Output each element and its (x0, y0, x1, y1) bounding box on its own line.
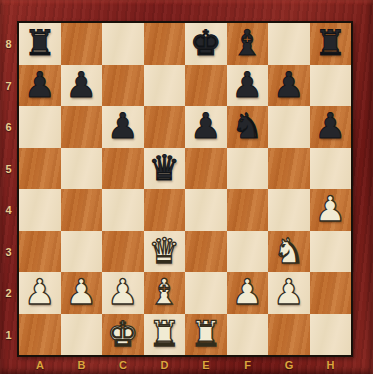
square-d2[interactable]: ♝ (144, 272, 186, 314)
square-b7[interactable]: ♟ (61, 65, 103, 107)
rank-label-6: 6 (0, 106, 17, 148)
square-f6[interactable]: ♞ (227, 106, 269, 148)
black-rook-a8[interactable]: ♜ (19, 23, 61, 65)
black-pawn-g7[interactable]: ♟ (268, 65, 310, 107)
square-c2[interactable]: ♟ (102, 272, 144, 314)
square-b4[interactable] (61, 189, 103, 231)
square-g1[interactable] (268, 314, 310, 356)
square-a1[interactable] (19, 314, 61, 356)
square-h3[interactable] (310, 231, 352, 273)
square-b8[interactable] (61, 23, 103, 65)
black-pawn-h6[interactable]: ♟ (310, 106, 352, 148)
white-pawn-c2[interactable]: ♟ (102, 272, 144, 314)
square-f1[interactable] (227, 314, 269, 356)
square-h4[interactable]: ♟ (310, 189, 352, 231)
square-e6[interactable]: ♟ (185, 106, 227, 148)
square-e4[interactable] (185, 189, 227, 231)
square-a6[interactable] (19, 106, 61, 148)
square-b6[interactable] (61, 106, 103, 148)
square-d5[interactable]: ♛ (144, 148, 186, 190)
square-c4[interactable] (102, 189, 144, 231)
square-h2[interactable] (310, 272, 352, 314)
rank-label-8: 8 (0, 23, 17, 65)
square-a3[interactable] (19, 231, 61, 273)
square-f3[interactable] (227, 231, 269, 273)
square-d6[interactable] (144, 106, 186, 148)
square-g2[interactable]: ♟ (268, 272, 310, 314)
square-f4[interactable] (227, 189, 269, 231)
rank-label-3: 3 (0, 231, 17, 273)
file-label-h: H (310, 356, 352, 374)
square-c3[interactable] (102, 231, 144, 273)
black-pawn-b7[interactable]: ♟ (61, 65, 103, 107)
square-b2[interactable]: ♟ (61, 272, 103, 314)
square-h7[interactable] (310, 65, 352, 107)
file-label-b: B (61, 356, 103, 374)
square-f7[interactable]: ♟ (227, 65, 269, 107)
rank-label-7: 7 (0, 65, 17, 107)
board: ♜♚♝♜♟♟♟♟♟♟♞♟♛♟♛♞♟♟♟♝♟♟♚♜♜ (17, 21, 353, 357)
square-g3[interactable]: ♞ (268, 231, 310, 273)
square-b5[interactable] (61, 148, 103, 190)
white-bishop-d2[interactable]: ♝ (144, 272, 186, 314)
white-pawn-f2[interactable]: ♟ (227, 272, 269, 314)
square-h8[interactable]: ♜ (310, 23, 352, 65)
black-knight-f6[interactable]: ♞ (227, 106, 269, 148)
rank-label-4: 4 (0, 189, 17, 231)
square-a5[interactable] (19, 148, 61, 190)
square-e1[interactable]: ♜ (185, 314, 227, 356)
square-g6[interactable] (268, 106, 310, 148)
white-pawn-a2[interactable]: ♟ (19, 272, 61, 314)
white-pawn-h4[interactable]: ♟ (310, 189, 352, 231)
white-queen-d3[interactable]: ♛ (144, 231, 186, 273)
white-king-c1[interactable]: ♚ (102, 314, 144, 356)
square-e2[interactable] (185, 272, 227, 314)
square-d7[interactable] (144, 65, 186, 107)
square-c8[interactable] (102, 23, 144, 65)
square-g8[interactable] (268, 23, 310, 65)
black-pawn-a7[interactable]: ♟ (19, 65, 61, 107)
white-knight-g3[interactable]: ♞ (268, 231, 310, 273)
rank-label-1: 1 (0, 314, 17, 356)
square-d8[interactable] (144, 23, 186, 65)
black-pawn-f7[interactable]: ♟ (227, 65, 269, 107)
square-c6[interactable]: ♟ (102, 106, 144, 148)
square-d1[interactable]: ♜ (144, 314, 186, 356)
square-a8[interactable]: ♜ (19, 23, 61, 65)
square-g5[interactable] (268, 148, 310, 190)
square-b3[interactable] (61, 231, 103, 273)
square-e5[interactable] (185, 148, 227, 190)
white-rook-d1[interactable]: ♜ (144, 314, 186, 356)
square-b1[interactable] (61, 314, 103, 356)
square-f5[interactable] (227, 148, 269, 190)
black-king-e8[interactable]: ♚ (185, 23, 227, 65)
square-h5[interactable] (310, 148, 352, 190)
file-label-d: D (144, 356, 186, 374)
square-e3[interactable] (185, 231, 227, 273)
square-d3[interactable]: ♛ (144, 231, 186, 273)
file-label-c: C (102, 356, 144, 374)
file-label-f: F (227, 356, 269, 374)
square-c5[interactable] (102, 148, 144, 190)
rank-label-2: 2 (0, 272, 17, 314)
black-pawn-e6[interactable]: ♟ (185, 106, 227, 148)
file-label-g: G (268, 356, 310, 374)
square-c1[interactable]: ♚ (102, 314, 144, 356)
black-queen-d5[interactable]: ♛ (144, 148, 186, 190)
square-d4[interactable] (144, 189, 186, 231)
black-bishop-f8[interactable]: ♝ (227, 23, 269, 65)
square-a7[interactable]: ♟ (19, 65, 61, 107)
square-f2[interactable]: ♟ (227, 272, 269, 314)
square-f8[interactable]: ♝ (227, 23, 269, 65)
file-label-e: E (185, 356, 227, 374)
square-a2[interactable]: ♟ (19, 272, 61, 314)
white-rook-e1[interactable]: ♜ (185, 314, 227, 356)
square-h6[interactable]: ♟ (310, 106, 352, 148)
square-e8[interactable]: ♚ (185, 23, 227, 65)
black-rook-h8[interactable]: ♜ (310, 23, 352, 65)
square-e7[interactable] (185, 65, 227, 107)
rank-label-5: 5 (0, 148, 17, 190)
square-g7[interactable]: ♟ (268, 65, 310, 107)
square-c7[interactable] (102, 65, 144, 107)
white-pawn-g2[interactable]: ♟ (268, 272, 310, 314)
square-g4[interactable] (268, 189, 310, 231)
black-pawn-c6[interactable]: ♟ (102, 106, 144, 148)
square-a4[interactable] (19, 189, 61, 231)
file-label-a: A (19, 356, 61, 374)
square-h1[interactable] (310, 314, 352, 356)
chess-board-frame: ♜♚♝♜♟♟♟♟♟♟♞♟♛♟♛♞♟♟♟♝♟♟♚♜♜ 87654321ABCDEF… (0, 0, 373, 374)
white-pawn-b2[interactable]: ♟ (61, 272, 103, 314)
